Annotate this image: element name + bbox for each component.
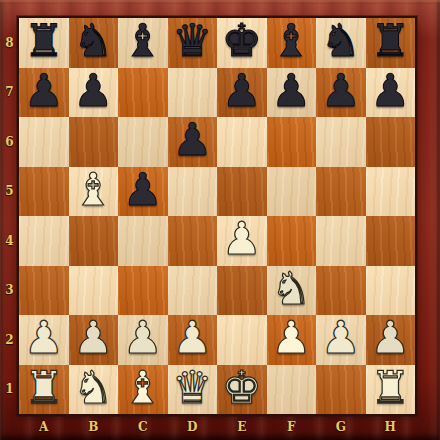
square-h3[interactable] [366,266,416,316]
square-g5[interactable] [316,167,366,217]
piece-white-rook-h1[interactable]: ♜ [370,365,410,410]
piece-black-knight-b8[interactable]: ♞ [73,18,113,63]
square-a1[interactable]: ♜ [19,365,69,415]
rank-label-5: 5 [0,167,19,217]
square-c7[interactable] [118,68,168,118]
piece-white-knight-b1[interactable]: ♞ [73,365,113,410]
rank-label-3: 3 [0,266,19,316]
square-d3[interactable] [168,266,218,316]
file-label-d: D [168,417,218,437]
chess-app-window: ♜♞♝♛♚♝♞♜♟♟♟♟♟♟♟♝♟♟♞♟♟♟♟♟♟♟♜♞♝♛♚♜ 8765432… [0,0,440,440]
file-label-h: H [366,417,416,437]
piece-white-knight-f3[interactable]: ♞ [271,266,311,311]
square-h7[interactable]: ♟ [366,68,416,118]
square-f5[interactable] [267,167,317,217]
square-f3[interactable]: ♞ [267,266,317,316]
square-a6[interactable] [19,117,69,167]
square-e6[interactable] [217,117,267,167]
square-d4[interactable] [168,216,218,266]
square-c5[interactable]: ♟ [118,167,168,217]
rank-label-4: 4 [0,216,19,266]
square-g3[interactable] [316,266,366,316]
square-h4[interactable] [366,216,416,266]
piece-white-bishop-c1[interactable]: ♝ [123,365,163,410]
rank-label-6: 6 [0,117,19,167]
square-f8[interactable]: ♝ [267,18,317,68]
square-g8[interactable]: ♞ [316,18,366,68]
square-d2[interactable]: ♟ [168,315,218,365]
file-label-e: E [217,417,267,437]
square-c4[interactable] [118,216,168,266]
square-a8[interactable]: ♜ [19,18,69,68]
square-g7[interactable]: ♟ [316,68,366,118]
piece-white-pawn-a2[interactable]: ♟ [24,315,64,360]
square-h8[interactable]: ♜ [366,18,416,68]
square-g1[interactable] [316,365,366,415]
piece-black-knight-g8[interactable]: ♞ [321,18,361,63]
square-d5[interactable] [168,167,218,217]
square-a4[interactable] [19,216,69,266]
piece-white-pawn-g2[interactable]: ♟ [321,315,361,360]
square-d7[interactable] [168,68,218,118]
square-g2[interactable]: ♟ [316,315,366,365]
piece-white-bishop-b5[interactable]: ♝ [73,167,113,212]
square-c3[interactable] [118,266,168,316]
piece-white-pawn-f2[interactable]: ♟ [271,315,311,360]
square-h1[interactable]: ♜ [366,365,416,415]
square-a2[interactable]: ♟ [19,315,69,365]
square-f4[interactable] [267,216,317,266]
square-c2[interactable]: ♟ [118,315,168,365]
rank-label-7: 7 [0,68,19,118]
square-a5[interactable] [19,167,69,217]
file-label-b: B [69,417,119,437]
square-b4[interactable] [69,216,119,266]
square-c8[interactable]: ♝ [118,18,168,68]
square-f1[interactable] [267,365,317,415]
square-e7[interactable]: ♟ [217,68,267,118]
piece-black-queen-d8[interactable]: ♛ [172,18,212,63]
square-h2[interactable]: ♟ [366,315,416,365]
piece-white-pawn-h2[interactable]: ♟ [370,315,410,360]
piece-black-rook-a8[interactable]: ♜ [24,18,64,63]
square-g4[interactable] [316,216,366,266]
file-label-f: F [267,417,317,437]
square-e4[interactable]: ♟ [217,216,267,266]
square-b8[interactable]: ♞ [69,18,119,68]
square-b1[interactable]: ♞ [69,365,119,415]
piece-black-king-e8[interactable]: ♚ [222,18,262,63]
file-label-a: A [19,417,69,437]
file-label-g: G [316,417,366,437]
piece-white-rook-a1[interactable]: ♜ [24,365,64,410]
square-b5[interactable]: ♝ [69,167,119,217]
piece-black-bishop-c8[interactable]: ♝ [123,18,163,63]
square-e1[interactable]: ♚ [217,365,267,415]
piece-black-pawn-f7[interactable]: ♟ [271,68,311,113]
square-b6[interactable] [69,117,119,167]
square-d6[interactable]: ♟ [168,117,218,167]
piece-black-pawn-c5[interactable]: ♟ [123,167,163,212]
rank-label-8: 8 [0,18,19,68]
piece-black-pawn-h7[interactable]: ♟ [370,68,410,113]
piece-black-pawn-g7[interactable]: ♟ [321,68,361,113]
piece-black-bishop-f8[interactable]: ♝ [271,18,311,63]
piece-white-queen-d1[interactable]: ♛ [172,365,212,410]
square-d8[interactable]: ♛ [168,18,218,68]
square-e8[interactable]: ♚ [217,18,267,68]
chess-board: ♜♞♝♛♚♝♞♜♟♟♟♟♟♟♟♝♟♟♞♟♟♟♟♟♟♟♜♞♝♛♚♜ [19,18,415,414]
square-f2[interactable]: ♟ [267,315,317,365]
piece-white-pawn-e4[interactable]: ♟ [222,216,262,261]
square-b2[interactable]: ♟ [69,315,119,365]
piece-black-pawn-a7[interactable]: ♟ [24,68,64,113]
square-e2[interactable] [217,315,267,365]
square-c1[interactable]: ♝ [118,365,168,415]
file-label-c: C [118,417,168,437]
piece-black-pawn-b7[interactable]: ♟ [73,68,113,113]
square-h5[interactable] [366,167,416,217]
rank-label-2: 2 [0,315,19,365]
square-a3[interactable] [19,266,69,316]
square-e3[interactable] [217,266,267,316]
piece-black-pawn-d6[interactable]: ♟ [172,117,212,162]
square-e5[interactable] [217,167,267,217]
piece-white-pawn-b2[interactable]: ♟ [73,315,113,360]
square-d1[interactable]: ♛ [168,365,218,415]
rank-label-1: 1 [0,365,19,415]
piece-black-rook-h8[interactable]: ♜ [370,18,410,63]
square-a7[interactable]: ♟ [19,68,69,118]
piece-white-pawn-c2[interactable]: ♟ [123,315,163,360]
square-f6[interactable] [267,117,317,167]
square-g6[interactable] [316,117,366,167]
square-h6[interactable] [366,117,416,167]
square-b3[interactable] [69,266,119,316]
square-f7[interactable]: ♟ [267,68,317,118]
piece-white-pawn-d2[interactable]: ♟ [172,315,212,360]
piece-black-pawn-e7[interactable]: ♟ [222,68,262,113]
square-b7[interactable]: ♟ [69,68,119,118]
piece-white-king-e1[interactable]: ♚ [222,365,262,410]
square-c6[interactable] [118,117,168,167]
